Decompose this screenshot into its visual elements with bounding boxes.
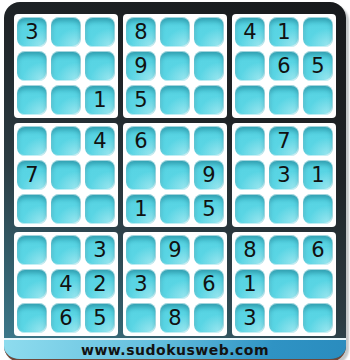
cell-r8c1[interactable] <box>17 269 47 299</box>
cell-r1c1: 3 <box>17 17 47 47</box>
sudoku-board: 3189541654769157313426593688613 <box>14 14 336 336</box>
cell-r8c8[interactable] <box>269 269 299 299</box>
cell-r2c9: 5 <box>303 51 333 81</box>
box-2: 895 <box>123 14 227 118</box>
cell-r5c1: 7 <box>17 160 47 190</box>
cell-r8c9[interactable] <box>303 269 333 299</box>
cell-r3c5[interactable] <box>160 85 190 115</box>
cell-r5c8: 3 <box>269 160 299 190</box>
cell-r7c4[interactable] <box>126 235 156 265</box>
cell-r9c8[interactable] <box>269 303 299 333</box>
cell-r4c9[interactable] <box>303 126 333 156</box>
cell-r1c9[interactable] <box>303 17 333 47</box>
site-link[interactable]: www.sudokusweb.com <box>81 342 269 358</box>
cell-r7c7: 8 <box>235 235 265 265</box>
cell-r7c1[interactable] <box>17 235 47 265</box>
cell-r8c5[interactable] <box>160 269 190 299</box>
cell-r2c5[interactable] <box>160 51 190 81</box>
box-9: 8613 <box>232 232 336 336</box>
cell-r2c7[interactable] <box>235 51 265 81</box>
box-4: 47 <box>14 123 118 227</box>
cell-r5c3[interactable] <box>85 160 115 190</box>
cell-r7c9: 6 <box>303 235 333 265</box>
cell-r2c8: 6 <box>269 51 299 81</box>
cell-r5c9: 1 <box>303 160 333 190</box>
cell-r1c8: 1 <box>269 17 299 47</box>
cell-r1c5[interactable] <box>160 17 190 47</box>
cell-r4c8: 7 <box>269 126 299 156</box>
cell-r6c8[interactable] <box>269 194 299 224</box>
cell-r4c4: 6 <box>126 126 156 156</box>
cell-r3c2[interactable] <box>51 85 81 115</box>
cell-r2c1[interactable] <box>17 51 47 81</box>
cell-r9c5: 8 <box>160 303 190 333</box>
box-8: 9368 <box>123 232 227 336</box>
sudoku-board-frame: 3189541654769157313426593688613 www.sudo… <box>4 2 346 360</box>
cell-r3c6[interactable] <box>194 85 224 115</box>
cell-r1c4: 8 <box>126 17 156 47</box>
cell-r3c9[interactable] <box>303 85 333 115</box>
footer-bar: www.sudokusweb.com <box>4 338 346 359</box>
cell-r8c3: 2 <box>85 269 115 299</box>
cell-r9c9[interactable] <box>303 303 333 333</box>
cell-r5c6: 9 <box>194 160 224 190</box>
cell-r1c6[interactable] <box>194 17 224 47</box>
cell-r9c1[interactable] <box>17 303 47 333</box>
cell-r5c4[interactable] <box>126 160 156 190</box>
cell-r7c3: 3 <box>85 235 115 265</box>
box-5: 6915 <box>123 123 227 227</box>
cell-r9c7: 3 <box>235 303 265 333</box>
cell-r6c2[interactable] <box>51 194 81 224</box>
box-7: 34265 <box>14 232 118 336</box>
cell-r2c3[interactable] <box>85 51 115 81</box>
cell-r8c6: 6 <box>194 269 224 299</box>
cell-r1c7: 4 <box>235 17 265 47</box>
cell-r9c4[interactable] <box>126 303 156 333</box>
cell-r6c4: 1 <box>126 194 156 224</box>
cell-r2c2[interactable] <box>51 51 81 81</box>
box-6: 731 <box>232 123 336 227</box>
cell-r2c4: 9 <box>126 51 156 81</box>
cell-r9c2: 6 <box>51 303 81 333</box>
cell-r6c1[interactable] <box>17 194 47 224</box>
cell-r7c6[interactable] <box>194 235 224 265</box>
cell-r9c6[interactable] <box>194 303 224 333</box>
cell-r6c7[interactable] <box>235 194 265 224</box>
cell-r3c3: 1 <box>85 85 115 115</box>
cell-r8c4: 3 <box>126 269 156 299</box>
cell-r6c3[interactable] <box>85 194 115 224</box>
cell-r3c1[interactable] <box>17 85 47 115</box>
cell-r4c3: 4 <box>85 126 115 156</box>
box-3: 4165 <box>232 14 336 118</box>
cell-r5c5[interactable] <box>160 160 190 190</box>
cell-r6c6: 5 <box>194 194 224 224</box>
cell-r7c8[interactable] <box>269 235 299 265</box>
cell-r5c7[interactable] <box>235 160 265 190</box>
cell-r9c3: 5 <box>85 303 115 333</box>
cell-r4c2[interactable] <box>51 126 81 156</box>
cell-r6c9[interactable] <box>303 194 333 224</box>
cell-r4c1[interactable] <box>17 126 47 156</box>
cell-r3c7[interactable] <box>235 85 265 115</box>
cell-r3c8[interactable] <box>269 85 299 115</box>
cell-r4c6[interactable] <box>194 126 224 156</box>
cell-r4c5[interactable] <box>160 126 190 156</box>
cell-r6c5[interactable] <box>160 194 190 224</box>
cell-r7c5: 9 <box>160 235 190 265</box>
cell-r4c7[interactable] <box>235 126 265 156</box>
cell-r8c7: 1 <box>235 269 265 299</box>
cell-r1c2[interactable] <box>51 17 81 47</box>
cell-r2c6[interactable] <box>194 51 224 81</box>
box-1: 31 <box>14 14 118 118</box>
sudoku-widget: 3189541654769157313426593688613 www.sudo… <box>0 0 350 360</box>
cell-r5c2[interactable] <box>51 160 81 190</box>
cell-r8c2: 4 <box>51 269 81 299</box>
cell-r7c2[interactable] <box>51 235 81 265</box>
cell-r3c4: 5 <box>126 85 156 115</box>
cell-r1c3[interactable] <box>85 17 115 47</box>
